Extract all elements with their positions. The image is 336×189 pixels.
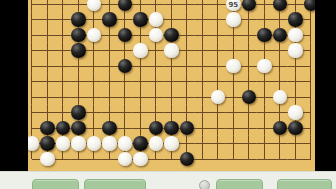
board-intersection[interactable]	[257, 12, 273, 28]
board-intersection[interactable]	[102, 12, 118, 28]
board-intersection[interactable]	[195, 151, 211, 167]
board-intersection[interactable]	[226, 58, 242, 74]
board-intersection[interactable]	[288, 89, 304, 105]
board-intersection[interactable]	[272, 58, 288, 74]
black-stone	[118, 59, 133, 74]
board-intersection[interactable]	[148, 151, 164, 167]
board-intersection[interactable]	[257, 136, 273, 152]
board-intersection[interactable]	[272, 0, 288, 12]
board-intersection[interactable]	[210, 27, 226, 43]
board-intersection[interactable]	[71, 12, 87, 28]
board-intersection[interactable]	[257, 120, 273, 136]
board-intersection[interactable]	[195, 136, 211, 152]
board-intersection[interactable]	[257, 74, 273, 90]
board-intersection[interactable]	[272, 43, 288, 59]
board-intersection[interactable]	[148, 136, 164, 152]
white-stone	[288, 43, 303, 58]
black-stone	[102, 12, 117, 27]
board-intersection[interactable]	[148, 120, 164, 136]
black-stone	[118, 28, 133, 43]
board-intersection[interactable]	[241, 120, 257, 136]
board-intersection[interactable]	[210, 58, 226, 74]
board-intersection[interactable]	[71, 43, 87, 59]
board-intersection[interactable]	[40, 43, 56, 59]
board-intersection[interactable]	[40, 120, 56, 136]
board-intersection[interactable]	[179, 58, 195, 74]
board-intersection[interactable]	[117, 74, 133, 90]
white-stone	[211, 90, 226, 105]
black-stone	[242, 90, 257, 105]
board-intersection[interactable]	[210, 105, 226, 121]
board-intersection[interactable]	[148, 27, 164, 43]
board-intersection[interactable]	[272, 151, 288, 167]
toolbar-button-2[interactable]	[84, 179, 146, 189]
board-intersection[interactable]	[164, 27, 180, 43]
board-intersection[interactable]	[241, 58, 257, 74]
board-intersection[interactable]	[55, 151, 71, 167]
board-intersection[interactable]	[71, 136, 87, 152]
white-stone	[102, 136, 117, 151]
board-intersection[interactable]	[226, 151, 242, 167]
board-intersection[interactable]	[117, 136, 133, 152]
white-stone	[40, 152, 55, 167]
board-intersection[interactable]	[71, 58, 87, 74]
board-intersection[interactable]	[164, 136, 180, 152]
board-intersection[interactable]	[133, 151, 149, 167]
black-stone	[149, 121, 164, 136]
board-intersection[interactable]	[117, 27, 133, 43]
board-intersection[interactable]	[117, 0, 133, 12]
board-intersection[interactable]	[226, 12, 242, 28]
board-intersection[interactable]	[148, 105, 164, 121]
board-intersection[interactable]	[55, 105, 71, 121]
board-intersection[interactable]	[210, 89, 226, 105]
board-intersection[interactable]	[195, 12, 211, 28]
board-intersection[interactable]	[133, 58, 149, 74]
board-intersection[interactable]	[288, 105, 304, 121]
toolbar-button-4[interactable]	[277, 179, 332, 189]
board-intersection[interactable]	[55, 27, 71, 43]
board-intersection[interactable]	[241, 74, 257, 90]
board-intersection[interactable]	[288, 151, 304, 167]
board-intersection[interactable]	[40, 12, 56, 28]
board-intersection[interactable]	[71, 27, 87, 43]
board-intersection[interactable]	[241, 89, 257, 105]
board-intersection[interactable]	[71, 0, 87, 12]
board-intersection[interactable]	[133, 105, 149, 121]
board-intersection[interactable]	[257, 105, 273, 121]
board-intersection[interactable]	[148, 89, 164, 105]
white-stone	[87, 28, 102, 43]
board-intersection[interactable]	[272, 12, 288, 28]
board-intersection[interactable]	[179, 136, 195, 152]
board-intersection[interactable]	[288, 136, 304, 152]
board-intersection[interactable]	[71, 151, 87, 167]
toolbar-button-1[interactable]	[32, 179, 79, 189]
board-intersection[interactable]	[55, 120, 71, 136]
black-stone	[180, 121, 195, 136]
board-intersection[interactable]	[257, 58, 273, 74]
board-intersection[interactable]	[210, 120, 226, 136]
board-intersection[interactable]	[71, 105, 87, 121]
white-stone	[164, 43, 179, 58]
board-intersection[interactable]	[179, 105, 195, 121]
stone-count-icon	[199, 180, 210, 189]
white-stone	[118, 152, 133, 167]
last-move-number: 95	[228, 2, 238, 9]
black-stone	[56, 121, 71, 136]
board-intersection[interactable]	[86, 136, 102, 152]
board-intersection[interactable]	[55, 12, 71, 28]
board-intersection[interactable]	[210, 74, 226, 90]
board-intersection[interactable]	[195, 27, 211, 43]
board-intersection[interactable]	[40, 89, 56, 105]
right-pillarbox-bar	[315, 0, 336, 189]
board-intersection[interactable]	[179, 27, 195, 43]
black-stone	[257, 28, 272, 43]
board-intersection[interactable]	[179, 0, 195, 12]
black-stone	[118, 0, 133, 11]
black-stone	[180, 152, 195, 167]
go-board[interactable]: 95	[24, 0, 319, 167]
white-stone	[149, 28, 164, 43]
white-stone	[226, 12, 241, 27]
board-intersection[interactable]	[164, 151, 180, 167]
board-intersection[interactable]	[86, 151, 102, 167]
board-intersection[interactable]	[288, 120, 304, 136]
board-intersection[interactable]	[102, 151, 118, 167]
app-frame: 95	[0, 0, 336, 189]
white-stone	[288, 105, 303, 120]
board-intersection[interactable]	[257, 0, 273, 12]
board-intersection[interactable]	[40, 27, 56, 43]
board-intersection[interactable]	[226, 43, 242, 59]
board-intersection[interactable]	[257, 43, 273, 59]
black-stone	[164, 28, 179, 43]
board-intersection[interactable]	[133, 0, 149, 12]
white-stone	[118, 136, 133, 151]
board-intersection[interactable]	[102, 0, 118, 12]
white-stone	[149, 12, 164, 27]
board-intersection[interactable]	[257, 151, 273, 167]
bottom-toolbar	[0, 171, 336, 189]
board-intersection[interactable]	[148, 43, 164, 59]
board-intersection[interactable]	[195, 105, 211, 121]
board-intersection[interactable]	[133, 74, 149, 90]
board-intersection[interactable]	[288, 58, 304, 74]
board-intersection[interactable]	[55, 43, 71, 59]
board-intersection[interactable]	[102, 89, 118, 105]
board-intersection[interactable]	[195, 43, 211, 59]
board-intersection[interactable]	[226, 89, 242, 105]
toolbar-button-3[interactable]	[216, 179, 263, 189]
board-intersection[interactable]	[164, 0, 180, 12]
board-intersection[interactable]	[164, 105, 180, 121]
board-intersection[interactable]	[272, 105, 288, 121]
white-stone	[273, 90, 288, 105]
board-intersection[interactable]	[86, 0, 102, 12]
board-intersection[interactable]	[102, 74, 118, 90]
board-intersection[interactable]	[86, 58, 102, 74]
black-stone	[273, 0, 288, 11]
board-intersection[interactable]	[40, 58, 56, 74]
black-stone	[102, 121, 117, 136]
white-stone	[87, 136, 102, 151]
board-intersection[interactable]	[195, 120, 211, 136]
black-stone	[273, 121, 288, 136]
board-intersection[interactable]	[133, 43, 149, 59]
left-pillarbox-bar	[0, 0, 28, 189]
black-stone	[164, 121, 179, 136]
black-stone	[71, 43, 86, 58]
board-intersection[interactable]	[241, 27, 257, 43]
board-intersection[interactable]	[226, 74, 242, 90]
board-intersection[interactable]	[86, 89, 102, 105]
board-intersection[interactable]	[241, 136, 257, 152]
white-stone	[133, 152, 148, 167]
board-intersection[interactable]	[288, 43, 304, 59]
black-stone	[133, 12, 148, 27]
board-intersection[interactable]	[117, 12, 133, 28]
board-intersection[interactable]	[272, 27, 288, 43]
board-intersection[interactable]	[195, 74, 211, 90]
white-stone	[226, 59, 241, 74]
board-intersection[interactable]	[226, 27, 242, 43]
board-intersection[interactable]	[86, 105, 102, 121]
board-intersection[interactable]	[195, 89, 211, 105]
board-intersection[interactable]	[226, 136, 242, 152]
board-intersection[interactable]	[179, 12, 195, 28]
board-intersection[interactable]	[241, 43, 257, 59]
board-intersection[interactable]	[117, 58, 133, 74]
board-intersection[interactable]	[117, 89, 133, 105]
board-intersection[interactable]	[55, 74, 71, 90]
board-intersection[interactable]	[210, 12, 226, 28]
white-stone	[288, 28, 303, 43]
black-stone	[273, 28, 288, 43]
board-intersection[interactable]	[117, 43, 133, 59]
board-intersection[interactable]	[102, 58, 118, 74]
board-intersection[interactable]: 95	[226, 0, 242, 12]
board-intersection[interactable]	[241, 151, 257, 167]
white-stone	[149, 136, 164, 151]
board-intersection[interactable]	[210, 136, 226, 152]
board-intersection[interactable]	[210, 43, 226, 59]
board-intersection[interactable]	[288, 0, 304, 12]
black-stone	[40, 136, 55, 151]
board-intersection[interactable]	[117, 120, 133, 136]
board-intersection[interactable]	[164, 89, 180, 105]
board-intersection[interactable]	[40, 74, 56, 90]
white-stone	[164, 136, 179, 151]
board-intersection[interactable]	[179, 43, 195, 59]
board-intersection[interactable]	[102, 105, 118, 121]
board-intersection[interactable]	[148, 74, 164, 90]
board-intersection[interactable]	[164, 120, 180, 136]
board-intersection[interactable]	[40, 0, 56, 12]
board-intersection[interactable]	[148, 12, 164, 28]
board-intersection[interactable]	[195, 58, 211, 74]
board-intersection[interactable]	[179, 120, 195, 136]
board-intersection[interactable]	[148, 0, 164, 12]
board-intersection[interactable]	[226, 105, 242, 121]
board-intersection[interactable]	[210, 0, 226, 12]
board-intersection[interactable]	[86, 27, 102, 43]
black-stone	[71, 12, 86, 27]
board-intersection[interactable]	[272, 89, 288, 105]
board-intersection[interactable]	[210, 151, 226, 167]
black-stone	[40, 121, 55, 136]
board-intersection[interactable]	[86, 12, 102, 28]
board-intersection[interactable]	[288, 74, 304, 90]
board-intersection[interactable]	[86, 43, 102, 59]
board-intersection[interactable]	[117, 105, 133, 121]
board-intersection[interactable]	[102, 43, 118, 59]
board-intersection[interactable]	[40, 151, 56, 167]
board-intersection[interactable]	[179, 89, 195, 105]
white-stone	[56, 136, 71, 151]
board-intersection[interactable]	[86, 120, 102, 136]
board-intersection[interactable]	[226, 120, 242, 136]
board-intersection[interactable]	[102, 27, 118, 43]
board-intersection[interactable]	[241, 0, 257, 12]
board-intersection[interactable]	[272, 136, 288, 152]
board-intersection[interactable]	[179, 74, 195, 90]
board-intersection[interactable]	[164, 43, 180, 59]
board-intersection[interactable]	[40, 136, 56, 152]
board-intersection[interactable]	[164, 12, 180, 28]
white-stone	[257, 59, 272, 74]
board-intersection[interactable]	[288, 12, 304, 28]
board-intersection[interactable]	[148, 58, 164, 74]
board-intersection[interactable]	[133, 27, 149, 43]
black-stone	[71, 28, 86, 43]
board-intersection[interactable]	[133, 120, 149, 136]
board-intersection[interactable]	[164, 58, 180, 74]
black-stone	[242, 0, 257, 11]
black-stone	[288, 121, 303, 136]
black-stone	[133, 136, 148, 151]
board-intersection[interactable]	[133, 12, 149, 28]
board-intersection[interactable]	[272, 120, 288, 136]
board-intersection[interactable]	[164, 74, 180, 90]
white-stone: 95	[226, 0, 241, 11]
board-intersection[interactable]	[133, 136, 149, 152]
board-intersection[interactable]	[55, 58, 71, 74]
board-intersection[interactable]	[241, 12, 257, 28]
board-intersection[interactable]	[257, 27, 273, 43]
board-intersection[interactable]	[71, 74, 87, 90]
board-intersection[interactable]	[102, 136, 118, 152]
black-stone	[71, 105, 86, 120]
board-intersection[interactable]	[241, 105, 257, 121]
board-intersection[interactable]	[288, 27, 304, 43]
black-stone	[288, 12, 303, 27]
board-intersection[interactable]	[179, 151, 195, 167]
board-intersection[interactable]	[272, 74, 288, 90]
board-intersection[interactable]	[55, 0, 71, 12]
board-intersection[interactable]	[86, 74, 102, 90]
white-stone	[87, 0, 102, 11]
board-intersection[interactable]	[117, 151, 133, 167]
board-intersection[interactable]	[40, 105, 56, 121]
board-intersection[interactable]	[195, 0, 211, 12]
board-intersection[interactable]	[55, 89, 71, 105]
board-intersection[interactable]	[257, 89, 273, 105]
board-intersection[interactable]	[71, 89, 87, 105]
board-intersection[interactable]	[55, 136, 71, 152]
board-intersection[interactable]	[71, 120, 87, 136]
board-intersection[interactable]	[133, 89, 149, 105]
white-stone	[71, 136, 86, 151]
board-intersection[interactable]	[102, 120, 118, 136]
white-stone	[133, 43, 148, 58]
black-stone	[71, 121, 86, 136]
